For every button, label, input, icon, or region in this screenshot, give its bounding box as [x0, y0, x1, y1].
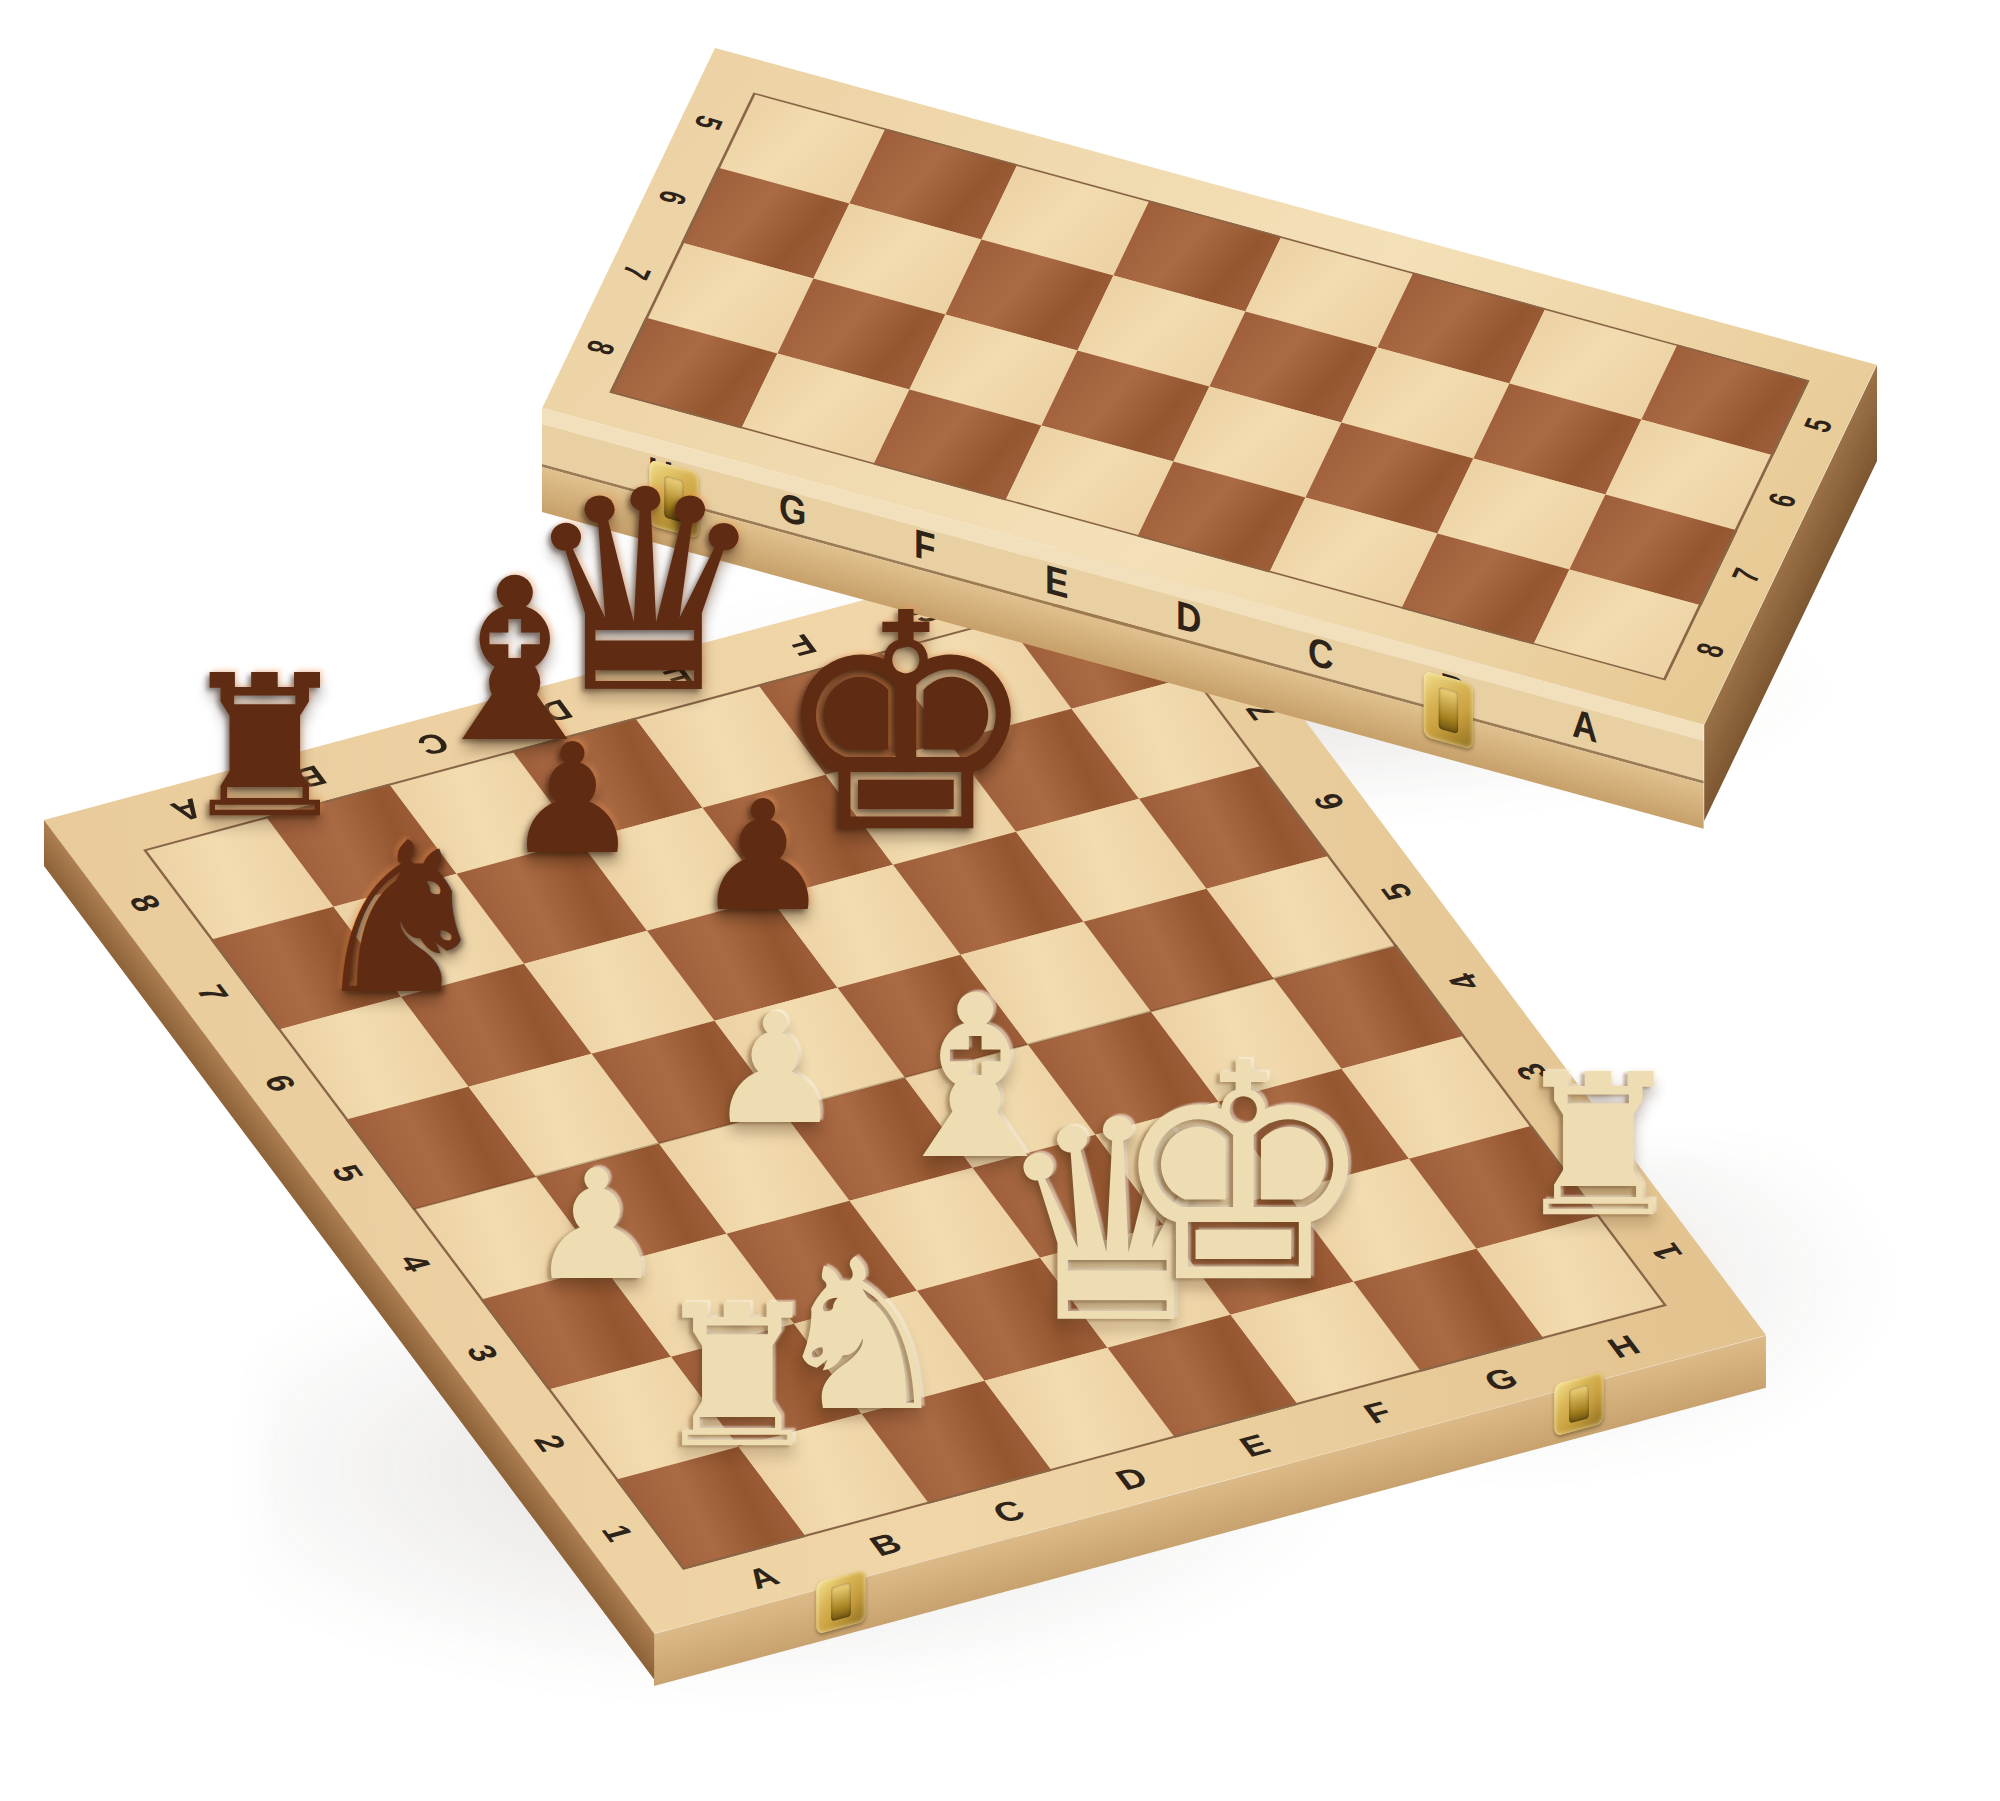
white-knight-glyph: ♞: [758, 1232, 966, 1440]
black-knight-glyph: ♞: [297, 815, 505, 1023]
black-king-glyph: ♚: [756, 575, 1056, 875]
white-king-glyph: ♚: [1093, 1025, 1393, 1325]
brass-clasp: [1424, 670, 1473, 749]
black-pawn-glyph: ♟: [496, 724, 648, 876]
black-queen-glyph: ♛: [506, 454, 784, 732]
white-pawn-glyph: ♟: [699, 994, 851, 1146]
clasp-hook: [1569, 1385, 1589, 1424]
product-photo-scene: ABCDEFGHABCDEFGH8765432187654321 5678567…: [0, 0, 2000, 1801]
white-rook-glyph: ♜: [1500, 1048, 1696, 1244]
clasp-hook: [831, 1583, 851, 1622]
clasp-hook: [1439, 686, 1459, 734]
